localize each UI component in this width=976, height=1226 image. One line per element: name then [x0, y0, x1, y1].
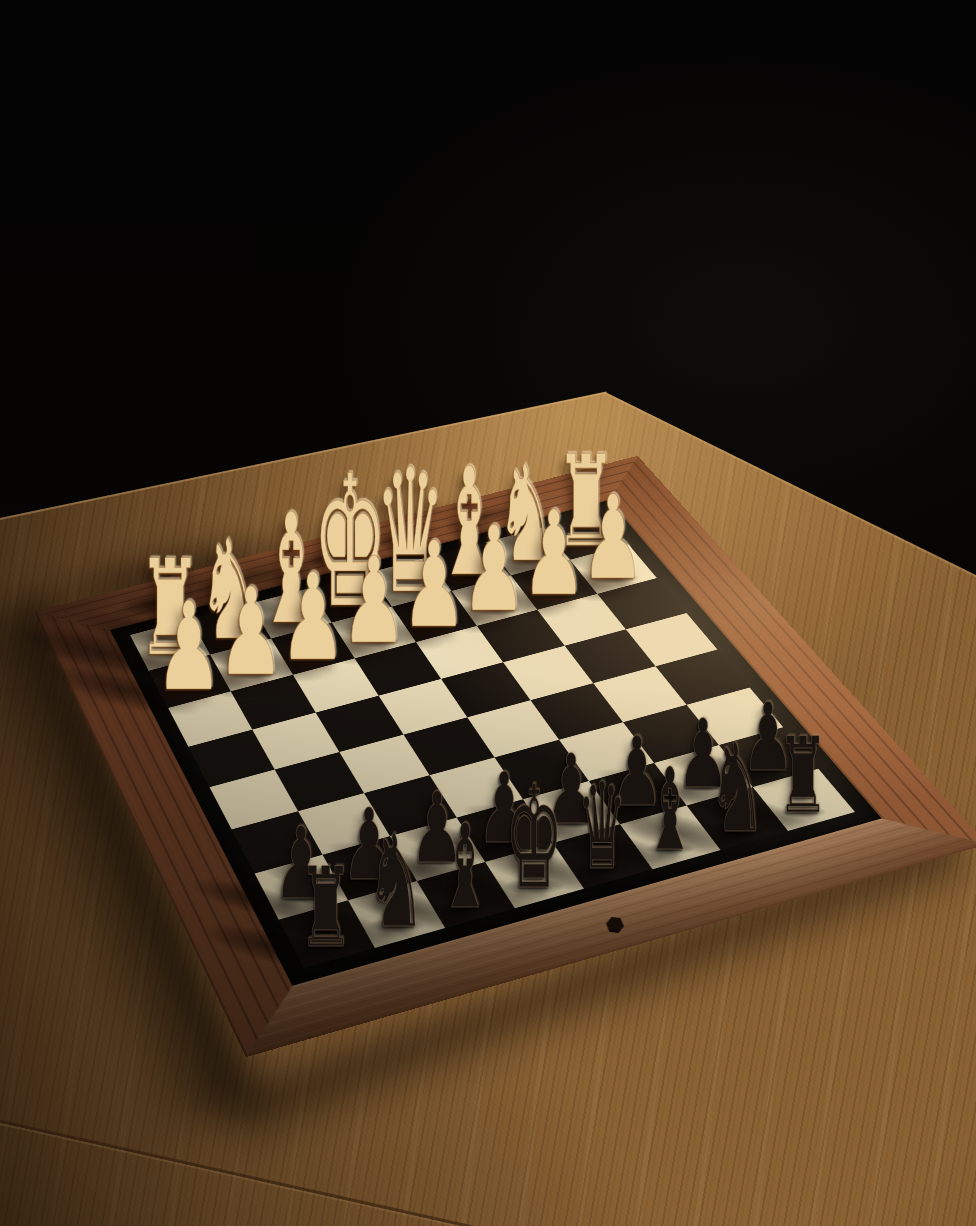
piece-white-pawn-d2[interactable]: ♟ — [401, 526, 467, 645]
piece-white-pawn-e2[interactable]: ♟ — [340, 541, 406, 660]
piece-white-pawn-a2[interactable]: ♟ — [581, 481, 645, 597]
scene: ♜♞♝♚♛♝♞♜♟♟♟♟♟♟♟♟♟♟♟♟♟♟♟♟♜♞♝♚♛♝♞♜ — [0, 0, 976, 1226]
piece-black-knight-b8[interactable]: ♞ — [708, 727, 766, 851]
piece-black-knight-g8[interactable]: ♞ — [366, 818, 426, 947]
piece-white-pawn-g2[interactable]: ♟ — [218, 572, 285, 693]
piece-white-pawn-f2[interactable]: ♟ — [279, 556, 346, 676]
piece-black-king-e8[interactable]: ♚ — [505, 768, 564, 910]
piece-black-bishop-c8[interactable]: ♝ — [644, 754, 695, 867]
piece-black-rook-a8[interactable]: ♜ — [778, 724, 830, 829]
piece-white-pawn-c2[interactable]: ♟ — [461, 511, 526, 629]
piece-black-queen-d8[interactable]: ♛ — [578, 767, 627, 887]
piece-white-pawn-h2[interactable]: ♟ — [155, 587, 223, 709]
piece-black-rook-h8[interactable]: ♜ — [299, 853, 354, 964]
piece-white-pawn-b2[interactable]: ♟ — [521, 496, 586, 613]
piece-black-bishop-f8[interactable]: ♝ — [439, 809, 491, 925]
